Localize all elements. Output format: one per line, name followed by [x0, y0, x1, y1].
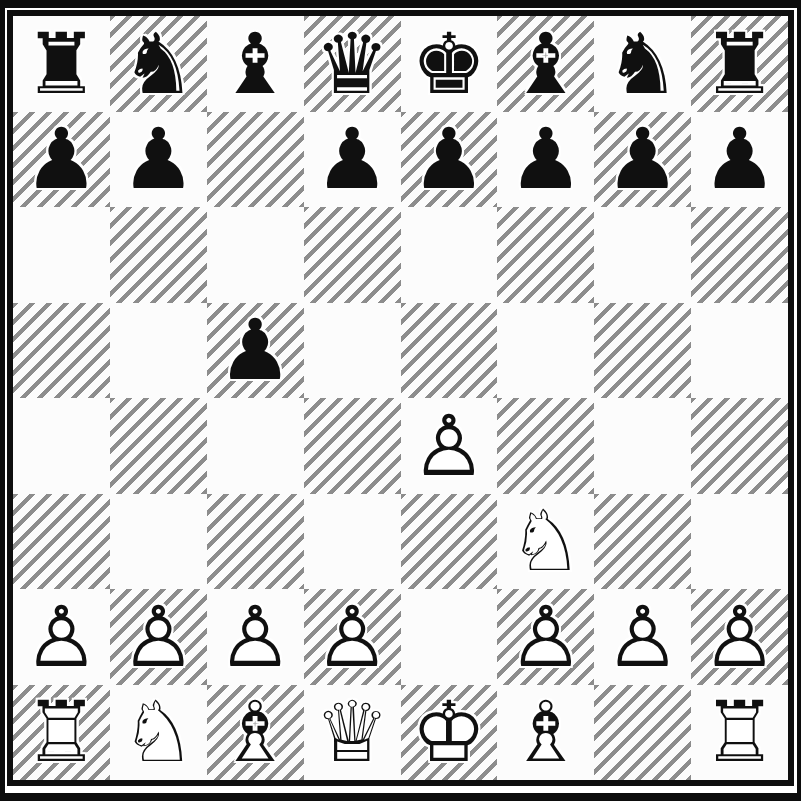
square-d2[interactable]: ♟♙	[304, 589, 401, 685]
chess-board: ♜♜♞♞♝♝♛♛♚♚♝♝♞♞♜♜♟♟♟♟♟♟♟♟♟♟♟♟♟♟♟♟♟♙♞♘♟♙♟♙…	[13, 16, 788, 780]
square-g7[interactable]: ♟♟	[594, 112, 691, 208]
white-bishop-piece: ♗	[207, 685, 304, 781]
black-rook-piece: ♜	[13, 16, 110, 112]
square-h5[interactable]	[691, 303, 788, 399]
square-h4[interactable]	[691, 398, 788, 494]
square-f4[interactable]	[497, 398, 594, 494]
white-pawn-piece: ♙	[401, 398, 498, 494]
black-pawn-piece: ♟	[13, 112, 110, 208]
square-f8[interactable]: ♝♝	[497, 16, 594, 112]
white-rook-piece: ♖	[13, 685, 110, 781]
square-e7[interactable]: ♟♟	[401, 112, 498, 208]
square-e5[interactable]	[401, 303, 498, 399]
square-h3[interactable]	[691, 494, 788, 590]
black-pawn-piece: ♟	[401, 112, 498, 208]
square-f7[interactable]: ♟♟	[497, 112, 594, 208]
white-knight-piece: ♘	[110, 685, 207, 781]
square-d4[interactable]	[304, 398, 401, 494]
square-b5[interactable]	[110, 303, 207, 399]
square-c6[interactable]	[207, 207, 304, 303]
white-pawn-piece: ♙	[110, 589, 207, 685]
square-f2[interactable]: ♟♙	[497, 589, 594, 685]
black-queen-piece: ♛	[304, 16, 401, 112]
square-h8[interactable]: ♜♜	[691, 16, 788, 112]
square-g4[interactable]	[594, 398, 691, 494]
square-d1[interactable]: ♛♕	[304, 685, 401, 781]
white-pawn-piece: ♙	[594, 589, 691, 685]
black-king-piece: ♚	[401, 16, 498, 112]
scan-edge-bottom	[0, 793, 801, 801]
white-pawn-piece: ♙	[691, 589, 788, 685]
white-bishop-piece: ♗	[497, 685, 594, 781]
square-f3[interactable]: ♞♘	[497, 494, 594, 590]
square-a3[interactable]	[13, 494, 110, 590]
black-knight-piece: ♞	[110, 16, 207, 112]
white-pawn-piece: ♙	[13, 589, 110, 685]
scan-edge-left	[0, 0, 5, 801]
square-g8[interactable]: ♞♞	[594, 16, 691, 112]
square-d3[interactable]	[304, 494, 401, 590]
white-king-piece: ♔	[401, 685, 498, 781]
square-a2[interactable]: ♟♙	[13, 589, 110, 685]
white-pawn-piece: ♙	[497, 589, 594, 685]
black-rook-piece: ♜	[691, 16, 788, 112]
black-pawn-piece: ♟	[691, 112, 788, 208]
square-a5[interactable]	[13, 303, 110, 399]
square-b6[interactable]	[110, 207, 207, 303]
square-b1[interactable]: ♞♘	[110, 685, 207, 781]
chess-diagram-page: { "game": "chess", "diagram_style": { "d…	[0, 0, 801, 801]
square-a8[interactable]: ♜♜	[13, 16, 110, 112]
square-d7[interactable]: ♟♟	[304, 112, 401, 208]
square-e2[interactable]	[401, 589, 498, 685]
square-c4[interactable]	[207, 398, 304, 494]
square-a4[interactable]	[13, 398, 110, 494]
scan-edge-top	[0, 0, 801, 8]
white-knight-piece: ♘	[497, 494, 594, 590]
white-rook-piece: ♖	[691, 685, 788, 781]
square-h1[interactable]: ♜♖	[691, 685, 788, 781]
square-g5[interactable]	[594, 303, 691, 399]
square-h6[interactable]	[691, 207, 788, 303]
square-b2[interactable]: ♟♙	[110, 589, 207, 685]
black-pawn-piece: ♟	[594, 112, 691, 208]
black-knight-piece: ♞	[594, 16, 691, 112]
square-d5[interactable]	[304, 303, 401, 399]
square-a6[interactable]	[13, 207, 110, 303]
square-c1[interactable]: ♝♗	[207, 685, 304, 781]
square-a7[interactable]: ♟♟	[13, 112, 110, 208]
square-f1[interactable]: ♝♗	[497, 685, 594, 781]
square-d8[interactable]: ♛♛	[304, 16, 401, 112]
square-g1[interactable]	[594, 685, 691, 781]
square-c2[interactable]: ♟♙	[207, 589, 304, 685]
black-pawn-piece: ♟	[207, 303, 304, 399]
black-pawn-piece: ♟	[304, 112, 401, 208]
square-g3[interactable]	[594, 494, 691, 590]
square-e3[interactable]	[401, 494, 498, 590]
square-d6[interactable]	[304, 207, 401, 303]
white-pawn-piece: ♙	[304, 589, 401, 685]
black-pawn-piece: ♟	[497, 112, 594, 208]
square-b4[interactable]	[110, 398, 207, 494]
square-c3[interactable]	[207, 494, 304, 590]
square-b8[interactable]: ♞♞	[110, 16, 207, 112]
square-h2[interactable]: ♟♙	[691, 589, 788, 685]
black-pawn-piece: ♟	[110, 112, 207, 208]
scan-edge-right	[797, 0, 801, 801]
square-b3[interactable]	[110, 494, 207, 590]
square-e6[interactable]	[401, 207, 498, 303]
white-pawn-piece: ♙	[207, 589, 304, 685]
square-e8[interactable]: ♚♚	[401, 16, 498, 112]
white-queen-piece: ♕	[304, 685, 401, 781]
square-e1[interactable]: ♚♔	[401, 685, 498, 781]
square-g6[interactable]	[594, 207, 691, 303]
black-bishop-piece: ♝	[497, 16, 594, 112]
square-c8[interactable]: ♝♝	[207, 16, 304, 112]
square-b7[interactable]: ♟♟	[110, 112, 207, 208]
square-c7[interactable]	[207, 112, 304, 208]
square-g2[interactable]: ♟♙	[594, 589, 691, 685]
diagram-frame: ♜♜♞♞♝♝♛♛♚♚♝♝♞♞♜♜♟♟♟♟♟♟♟♟♟♟♟♟♟♟♟♟♟♙♞♘♟♙♟♙…	[7, 10, 794, 786]
square-e4[interactable]: ♟♙	[401, 398, 498, 494]
square-f5[interactable]	[497, 303, 594, 399]
square-f6[interactable]	[497, 207, 594, 303]
square-a1[interactable]: ♜♖	[13, 685, 110, 781]
black-bishop-piece: ♝	[207, 16, 304, 112]
square-c5[interactable]: ♟♟	[207, 303, 304, 399]
square-h7[interactable]: ♟♟	[691, 112, 788, 208]
